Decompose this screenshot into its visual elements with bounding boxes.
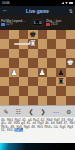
square-f6[interactable]	[47, 49, 56, 58]
flip-board-icon[interactable]: ⇅	[69, 8, 73, 14]
square-c8[interactable]	[19, 30, 28, 39]
square-g1[interactable]	[56, 96, 65, 105]
square-h3[interactable]	[66, 77, 75, 86]
selected-move[interactable]: Rd7+	[14, 128, 23, 132]
square-e1[interactable]	[38, 96, 47, 105]
square-a1[interactable]	[0, 96, 9, 105]
move-token[interactable]: 51.	[1, 128, 6, 132]
square-f7[interactable]	[47, 39, 56, 48]
page-title: Live game	[8, 8, 67, 13]
square-c3[interactable]	[19, 77, 28, 86]
square-c6[interactable]	[19, 49, 28, 58]
move-list[interactable]: 40.Rb1Rg241.a4Ra242.Rb4Kd743.Kh4g5+44.Kh…	[0, 117, 75, 143]
square-e6[interactable]	[38, 49, 47, 58]
phone-screen: 10:06 ← Live game ⇅ Pol Mor Legend… 2279…	[0, 0, 75, 150]
white-player-flag-icon	[1, 23, 5, 26]
square-d5[interactable]	[28, 58, 37, 67]
square-h1[interactable]	[66, 96, 75, 105]
square-e2[interactable]	[38, 86, 47, 95]
battery-icon	[69, 2, 73, 5]
square-c2[interactable]	[19, 86, 28, 95]
move-token[interactable]: Kh5	[7, 128, 13, 132]
black-player-flag-icon	[46, 23, 50, 26]
clock-text: 10:06	[2, 2, 10, 5]
signal-icon	[61, 2, 64, 5]
square-g8[interactable]	[56, 30, 65, 39]
square-f4[interactable]	[47, 68, 56, 77]
android-nav-bar: ◁○□	[0, 143, 75, 150]
black-player-name: Zhig… Levi	[46, 20, 60, 22]
score-badge: 1 - 0	[32, 19, 43, 26]
square-g2[interactable]	[56, 86, 65, 95]
square-g7[interactable]	[56, 39, 65, 48]
move-token[interactable]: Kg5	[60, 125, 66, 129]
move-token[interactable]: Rg3	[67, 125, 73, 129]
android-back-icon[interactable]: ◁	[17, 143, 20, 150]
move-token[interactable]: Rg3	[24, 125, 30, 129]
square-a7[interactable]	[0, 39, 9, 48]
white-player-rating: 2279	[6, 23, 13, 26]
square-f3[interactable]	[47, 77, 56, 86]
piece-white-rook-d7[interactable]: ♜	[28, 39, 37, 48]
square-d4[interactable]	[28, 68, 37, 77]
white-player-name: Pol Mor Legend…	[1, 20, 15, 22]
square-c4[interactable]	[19, 68, 28, 77]
square-b1[interactable]	[9, 96, 18, 105]
android-home-icon[interactable]: ○	[37, 143, 39, 150]
status-icons	[61, 2, 73, 5]
move-token[interactable]: 50.	[54, 125, 59, 129]
square-d3[interactable]	[28, 77, 37, 86]
piece-black-king-d8[interactable]: ♚	[28, 30, 37, 39]
players-bar: Pol Mor Legend… 2279 1 - 0 Zhig… Levi 26…	[0, 15, 75, 30]
black-player-info: Zhig… Levi 2618	[46, 19, 74, 27]
piece-black-rook-g3[interactable]: ♜	[56, 77, 65, 86]
black-player-rating: 2618	[51, 23, 58, 26]
square-a8[interactable]	[0, 30, 9, 39]
square-e7[interactable]	[38, 39, 47, 48]
square-e8[interactable]	[38, 30, 47, 39]
move-token[interactable]: Kh5	[37, 125, 43, 129]
piece-black-pawn-g4[interactable]: ♟	[56, 68, 65, 77]
square-c5[interactable]	[19, 58, 28, 67]
square-h8[interactable]	[66, 30, 75, 39]
square-e3[interactable]	[38, 77, 47, 86]
square-d6[interactable]	[28, 49, 37, 58]
square-h7[interactable]	[66, 39, 75, 48]
square-b8[interactable]	[9, 30, 18, 39]
square-h6[interactable]	[66, 49, 75, 58]
piece-white-pawn-e4[interactable]: ♟	[38, 68, 47, 77]
square-d2[interactable]	[28, 86, 37, 95]
square-b5[interactable]	[9, 58, 18, 67]
back-icon[interactable]: ←	[2, 6, 8, 15]
square-b3[interactable]	[9, 77, 18, 86]
piece-white-king-h5[interactable]: ♚	[66, 58, 75, 67]
square-f1[interactable]	[47, 96, 56, 105]
square-f8[interactable]	[47, 30, 56, 39]
square-d1[interactable]	[28, 96, 37, 105]
move-token[interactable]: 49.	[31, 125, 36, 129]
square-a2[interactable]	[0, 86, 9, 95]
wifi-icon	[65, 2, 68, 5]
square-a6[interactable]	[0, 49, 9, 58]
square-a5[interactable]	[0, 58, 9, 67]
app-bar: ← Live game ⇅	[0, 6, 75, 15]
square-b2[interactable]	[9, 86, 18, 95]
move-token[interactable]: Rh3+	[44, 125, 52, 129]
square-h4[interactable]	[66, 68, 75, 77]
android-recents-icon[interactable]: □	[56, 143, 58, 150]
square-g6[interactable]	[56, 49, 65, 58]
square-g5[interactable]	[56, 58, 65, 67]
square-f5[interactable]	[47, 58, 56, 67]
square-c1[interactable]	[19, 96, 28, 105]
square-a4[interactable]	[0, 68, 9, 77]
square-f2[interactable]	[47, 86, 56, 95]
square-h2[interactable]	[66, 86, 75, 95]
white-player-info: Pol Mor Legend… 2279	[1, 19, 29, 27]
square-b6[interactable]	[9, 49, 18, 58]
square-a3[interactable]	[0, 77, 9, 86]
square-e5[interactable]	[38, 58, 47, 67]
piece-white-pawn-b4[interactable]: ♟	[9, 68, 18, 77]
